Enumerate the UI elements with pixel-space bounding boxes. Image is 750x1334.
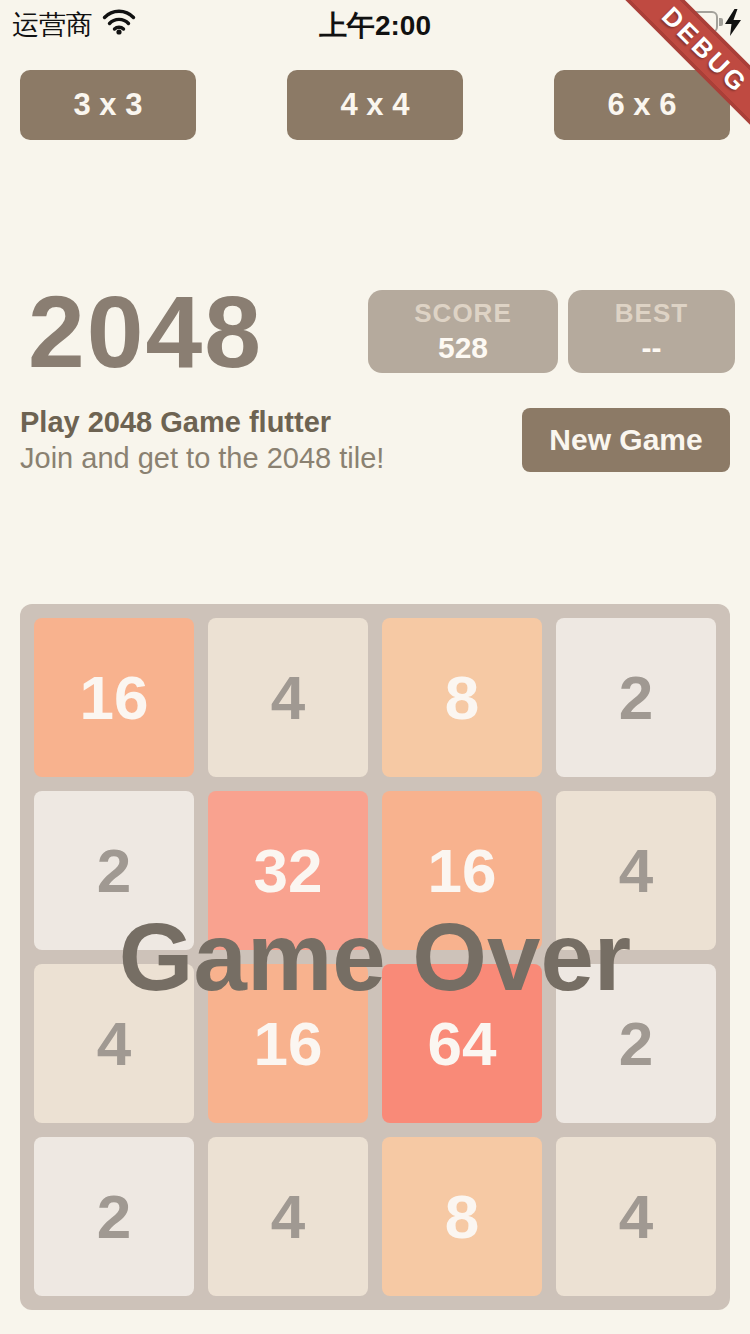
tile-4: 4 <box>208 1137 368 1296</box>
tile-4: 4 <box>34 964 194 1123</box>
tile-16: 16 <box>34 618 194 777</box>
size-button-4x4[interactable]: 4 x 4 <box>287 70 463 140</box>
best-label: BEST <box>615 298 688 329</box>
tile-4: 4 <box>556 791 716 950</box>
tile-2: 2 <box>556 964 716 1123</box>
app-screen: 运营商 上午2:00 DEBUG 3 x 3 4 x 4 <box>0 0 750 1334</box>
tile-32: 32 <box>208 791 368 950</box>
board-grid: 164822321644166422484 <box>20 604 730 1310</box>
tagline-title: Play 2048 Game flutter <box>20 404 384 440</box>
battery-nub <box>719 18 723 26</box>
tile-2: 2 <box>556 618 716 777</box>
size-button-6x6[interactable]: 6 x 6 <box>554 70 730 140</box>
best-box: BEST -- <box>568 290 735 373</box>
tile-2: 2 <box>34 1137 194 1296</box>
tagline-subtitle: Join and get to the 2048 tile! <box>20 440 384 476</box>
size-button-3x3[interactable]: 3 x 3 <box>20 70 196 140</box>
charging-bolt-icon <box>724 9 742 40</box>
tagline: Play 2048 Game flutter Join and get to t… <box>20 404 384 476</box>
score-value: 528 <box>438 331 488 365</box>
tile-4: 4 <box>556 1137 716 1296</box>
tile-64: 64 <box>382 964 542 1123</box>
tile-16: 16 <box>208 964 368 1123</box>
best-value: -- <box>642 331 662 365</box>
tile-4: 4 <box>208 618 368 777</box>
score-label: SCORE <box>414 298 511 329</box>
new-game-button[interactable]: New Game <box>522 408 730 472</box>
board[interactable]: 164822321644166422484 Game Over <box>20 604 730 1310</box>
score-box: SCORE 528 <box>368 290 558 373</box>
app-title: 2048 <box>28 284 263 380</box>
size-buttons-row: 3 x 3 4 x 4 6 x 6 <box>0 70 750 140</box>
tile-8: 8 <box>382 618 542 777</box>
tile-8: 8 <box>382 1137 542 1296</box>
tile-16: 16 <box>382 791 542 950</box>
tile-2: 2 <box>34 791 194 950</box>
